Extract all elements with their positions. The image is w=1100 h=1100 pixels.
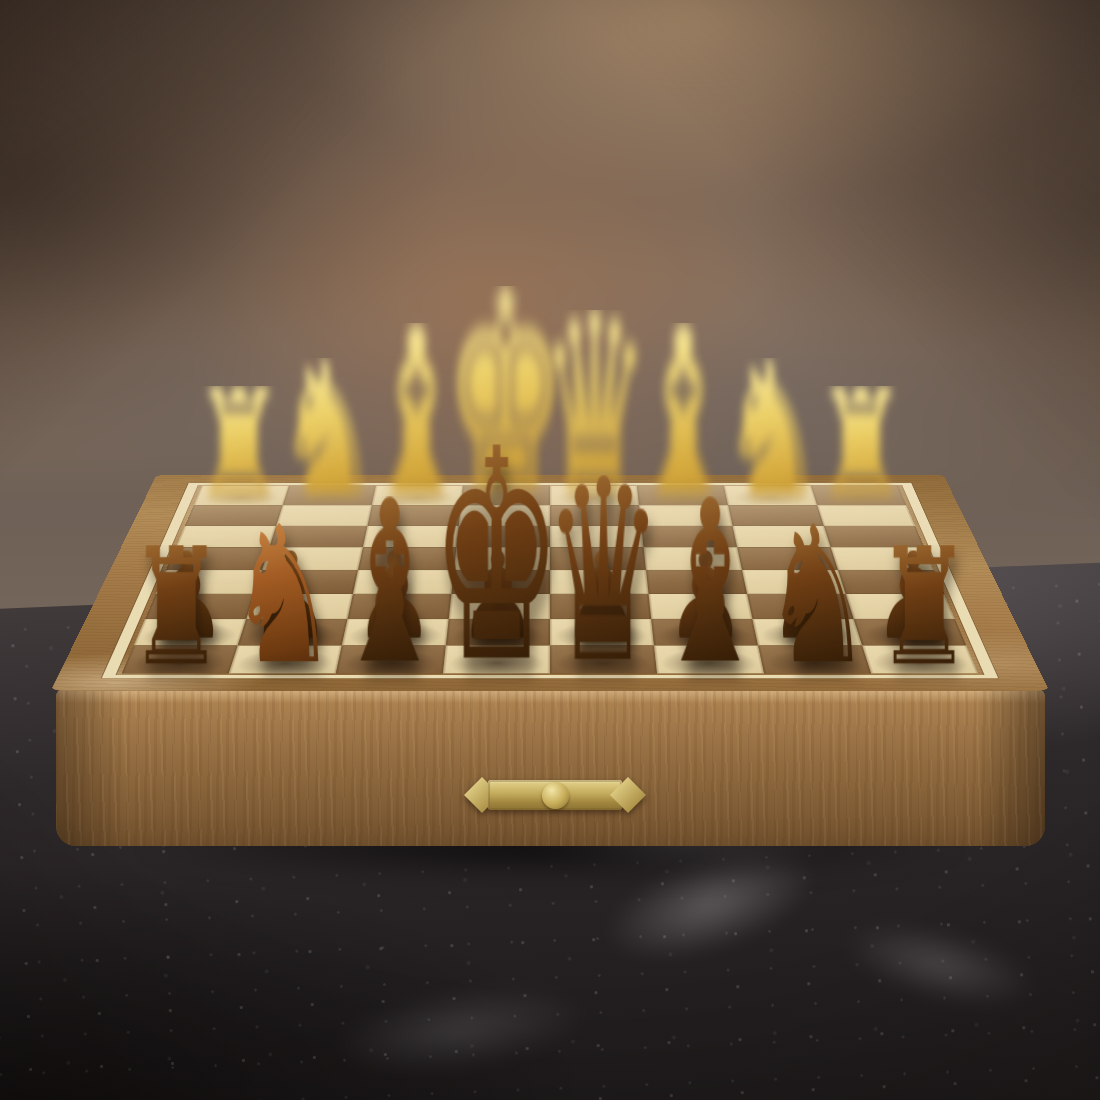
square-c6 (649, 594, 753, 619)
piece-black-pawn-b7: ♟ (723, 550, 896, 643)
square-e8: ♚ (443, 646, 550, 674)
square-g8: ♞ (229, 646, 342, 674)
square-h1: ♜ (194, 486, 289, 506)
square-f6 (348, 594, 452, 619)
square-a3 (824, 526, 924, 548)
square-c2 (639, 505, 732, 525)
square-e2 (459, 505, 550, 525)
chess-set-photo: ♜♞♝♚♛♝♞♜♟♟♟♟♟♟♟♟♜♞♝♚♛♝♞♜ Folding wooden … (0, 0, 1100, 1100)
square-b8: ♞ (758, 646, 871, 674)
square-e1: ♚ (461, 486, 550, 506)
square-c1: ♝ (637, 486, 728, 506)
checkerboard-grid: ♜♞♝♚♛♝♞♜♟♟♟♟♟♟♟♟♜♞♝♚♛♝♞♜ (122, 486, 979, 674)
square-a6 (846, 594, 955, 619)
square-d1: ♛ (550, 486, 639, 506)
square-a5 (838, 570, 944, 594)
square-h7: ♟ (134, 619, 247, 646)
piece-black-pawn-f7: ♟ (308, 550, 481, 643)
square-e3 (456, 526, 550, 548)
square-g5 (254, 570, 358, 594)
square-b7: ♟ (752, 619, 862, 646)
square-d6 (550, 594, 651, 619)
square-c4 (644, 547, 742, 570)
chess-board: ♜♞♝♚♛♝♞♜♟♟♟♟♟♟♟♟♜♞♝♚♛♝♞♜ (51, 475, 1049, 691)
square-d4 (550, 547, 646, 570)
square-f3 (363, 526, 459, 548)
square-b2 (728, 505, 824, 525)
square-f8: ♝ (336, 646, 446, 674)
square-a4 (831, 547, 934, 570)
square-c8: ♝ (654, 646, 764, 674)
square-b1: ♞ (724, 486, 817, 506)
square-b4 (737, 547, 838, 570)
square-d7: ♟ (550, 619, 654, 646)
square-a1: ♜ (811, 486, 906, 506)
piece-black-pawn-d7: ♟ (515, 550, 688, 643)
square-h8: ♜ (122, 646, 238, 674)
square-c5 (646, 570, 747, 594)
square-d3 (550, 526, 644, 548)
square-e4 (454, 547, 550, 570)
square-h3 (176, 526, 276, 548)
square-h6 (145, 594, 254, 619)
square-h2 (185, 505, 283, 525)
piece-black-pawn-c7: ♟ (619, 550, 792, 643)
square-d2 (550, 505, 641, 525)
square-c7: ♟ (651, 619, 758, 646)
square-f1: ♝ (372, 486, 463, 506)
square-g2 (276, 505, 372, 525)
square-d8: ♛ (550, 646, 657, 674)
square-h4 (166, 547, 269, 570)
square-c3 (641, 526, 737, 548)
piece-black-pawn-g7: ♟ (204, 550, 377, 643)
square-f2 (367, 505, 460, 525)
square-g4 (262, 547, 363, 570)
square-g6 (246, 594, 353, 619)
square-a8: ♜ (862, 646, 978, 674)
square-b5 (742, 570, 846, 594)
square-a7: ♟ (854, 619, 967, 646)
square-d5 (550, 570, 649, 594)
brass-latch (464, 772, 646, 818)
square-h5 (156, 570, 262, 594)
latch-knob (542, 782, 569, 809)
square-b6 (747, 594, 854, 619)
box-front-panel (56, 689, 1045, 846)
square-f5 (353, 570, 454, 594)
square-f7: ♟ (342, 619, 449, 646)
square-e5 (451, 570, 550, 594)
piece-black-pawn-e7: ♟ (412, 550, 585, 643)
square-b3 (733, 526, 831, 548)
square-e6 (449, 594, 550, 619)
square-g3 (269, 526, 367, 548)
square-g1: ♞ (283, 486, 376, 506)
square-a2 (817, 505, 915, 525)
square-e7: ♟ (446, 619, 550, 646)
square-f4 (358, 547, 456, 570)
square-g7: ♟ (238, 619, 348, 646)
